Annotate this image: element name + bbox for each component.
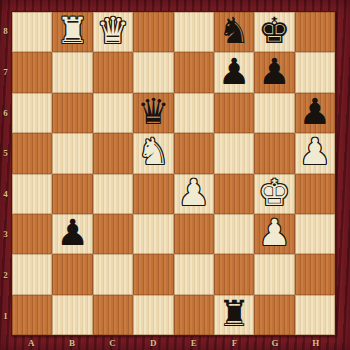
- rank-label-text: 3: [3, 229, 8, 239]
- rank-label-text: 2: [3, 270, 8, 280]
- square-d6[interactable]: ♛: [133, 93, 173, 133]
- square-f6[interactable]: [214, 93, 254, 133]
- square-d5[interactable]: ♞: [133, 133, 173, 173]
- square-b3[interactable]: ♟︎: [52, 214, 92, 254]
- square-a6[interactable]: [12, 93, 52, 133]
- square-a5[interactable]: [12, 133, 52, 173]
- square-c8[interactable]: ♛: [93, 12, 133, 52]
- square-c5[interactable]: [93, 133, 133, 173]
- square-e2[interactable]: [174, 254, 214, 294]
- file-label-h: H: [295, 336, 336, 350]
- square-b7[interactable]: [52, 52, 92, 92]
- white-queen-piece[interactable]: ♛: [97, 13, 129, 49]
- black-queen-piece[interactable]: ♛: [137, 94, 169, 130]
- rank-label-5: 5: [0, 133, 11, 174]
- square-g4[interactable]: ♚: [254, 174, 294, 214]
- square-f1[interactable]: ♜: [214, 295, 254, 335]
- rank-label-3: 3: [0, 214, 11, 255]
- square-b8[interactable]: ♜: [52, 12, 92, 52]
- square-a8[interactable]: [12, 12, 52, 52]
- square-b4[interactable]: [52, 174, 92, 214]
- square-c1[interactable]: [93, 295, 133, 335]
- file-label-f: F: [214, 336, 255, 350]
- square-f3[interactable]: [214, 214, 254, 254]
- square-e5[interactable]: [174, 133, 214, 173]
- black-pawn-piece[interactable]: ♟︎: [56, 215, 88, 251]
- black-rook-piece[interactable]: ♜: [218, 296, 250, 332]
- rank-label-text: 6: [3, 108, 8, 118]
- square-e4[interactable]: ♟︎: [174, 174, 214, 214]
- white-pawn-piece[interactable]: ♟︎: [299, 134, 331, 170]
- square-h2[interactable]: [295, 254, 335, 294]
- square-g7[interactable]: ♟︎: [254, 52, 294, 92]
- square-h5[interactable]: ♟︎: [295, 133, 335, 173]
- rank-label-text: 8: [3, 26, 8, 36]
- rank-label-8: 8: [0, 11, 11, 52]
- white-king-piece[interactable]: ♚: [258, 175, 290, 211]
- file-label-text: F: [232, 338, 238, 348]
- white-knight-piece[interactable]: ♞: [137, 134, 169, 170]
- black-pawn-piece[interactable]: ♟︎: [218, 54, 250, 90]
- file-label-text: H: [312, 338, 319, 348]
- square-g5[interactable]: [254, 133, 294, 173]
- square-h7[interactable]: [295, 52, 335, 92]
- rank-label-4: 4: [0, 174, 11, 215]
- square-d1[interactable]: [133, 295, 173, 335]
- square-b6[interactable]: [52, 93, 92, 133]
- square-d4[interactable]: [133, 174, 173, 214]
- file-label-text: G: [272, 338, 279, 348]
- rank-label-text: 4: [3, 189, 8, 199]
- square-g6[interactable]: [254, 93, 294, 133]
- chess-board: ♜♛♞♚♟︎♟︎♛♟︎♞♟︎♟︎♚♟︎♟︎♜: [11, 11, 336, 336]
- square-b5[interactable]: [52, 133, 92, 173]
- file-label-e: E: [174, 336, 215, 350]
- black-knight-piece[interactable]: ♞: [218, 13, 250, 49]
- square-h4[interactable]: [295, 174, 335, 214]
- square-e3[interactable]: [174, 214, 214, 254]
- square-f4[interactable]: [214, 174, 254, 214]
- white-pawn-piece[interactable]: ♟︎: [258, 215, 290, 251]
- square-a4[interactable]: [12, 174, 52, 214]
- black-pawn-piece[interactable]: ♟︎: [258, 54, 290, 90]
- square-f7[interactable]: ♟︎: [214, 52, 254, 92]
- file-label-text: D: [150, 338, 157, 348]
- square-e7[interactable]: [174, 52, 214, 92]
- square-g2[interactable]: [254, 254, 294, 294]
- black-pawn-piece[interactable]: ♟︎: [299, 94, 331, 130]
- square-g3[interactable]: ♟︎: [254, 214, 294, 254]
- file-label-b: B: [52, 336, 93, 350]
- file-label-text: B: [69, 338, 75, 348]
- board-frame: 87654321 ABCDEFGH ♜♛♞♚♟︎♟︎♛♟︎♞♟︎♟︎♚♟︎♟︎♜: [0, 0, 350, 350]
- square-c2[interactable]: [93, 254, 133, 294]
- square-a3[interactable]: [12, 214, 52, 254]
- rank-label-text: 1: [3, 311, 8, 321]
- file-label-text: E: [191, 338, 197, 348]
- square-d8[interactable]: [133, 12, 173, 52]
- square-b2[interactable]: [52, 254, 92, 294]
- black-king-piece[interactable]: ♚: [258, 13, 290, 49]
- square-c3[interactable]: [93, 214, 133, 254]
- square-c7[interactable]: [93, 52, 133, 92]
- rank-label-text: 7: [3, 67, 8, 77]
- square-a7[interactable]: [12, 52, 52, 92]
- square-g8[interactable]: ♚: [254, 12, 294, 52]
- square-a2[interactable]: [12, 254, 52, 294]
- square-f8[interactable]: ♞: [214, 12, 254, 52]
- file-label-a: A: [11, 336, 52, 350]
- file-label-c: C: [92, 336, 133, 350]
- square-e1[interactable]: [174, 295, 214, 335]
- square-h1[interactable]: [295, 295, 335, 335]
- square-e8[interactable]: [174, 12, 214, 52]
- square-h6[interactable]: ♟︎: [295, 93, 335, 133]
- square-h8[interactable]: [295, 12, 335, 52]
- rank-labels: 87654321: [0, 11, 11, 336]
- square-h3[interactable]: [295, 214, 335, 254]
- rank-label-text: 5: [3, 148, 8, 158]
- file-labels: ABCDEFGH: [11, 336, 336, 350]
- file-label-d: D: [133, 336, 174, 350]
- square-b1[interactable]: [52, 295, 92, 335]
- file-label-g: G: [255, 336, 296, 350]
- file-label-text: C: [109, 338, 116, 348]
- square-a1[interactable]: [12, 295, 52, 335]
- rank-label-1: 1: [0, 295, 11, 336]
- square-c6[interactable]: [93, 93, 133, 133]
- square-e6[interactable]: [174, 93, 214, 133]
- rank-label-7: 7: [0, 52, 11, 93]
- square-d3[interactable]: [133, 214, 173, 254]
- white-pawn-piece[interactable]: ♟︎: [178, 175, 210, 211]
- square-g1[interactable]: [254, 295, 294, 335]
- file-label-text: A: [28, 338, 35, 348]
- rank-label-6: 6: [0, 92, 11, 133]
- square-d2[interactable]: [133, 254, 173, 294]
- rank-label-2: 2: [0, 255, 11, 296]
- square-c4[interactable]: [93, 174, 133, 214]
- white-rook-piece[interactable]: ♜: [56, 13, 88, 49]
- square-f2[interactable]: [214, 254, 254, 294]
- square-d7[interactable]: [133, 52, 173, 92]
- square-f5[interactable]: [214, 133, 254, 173]
